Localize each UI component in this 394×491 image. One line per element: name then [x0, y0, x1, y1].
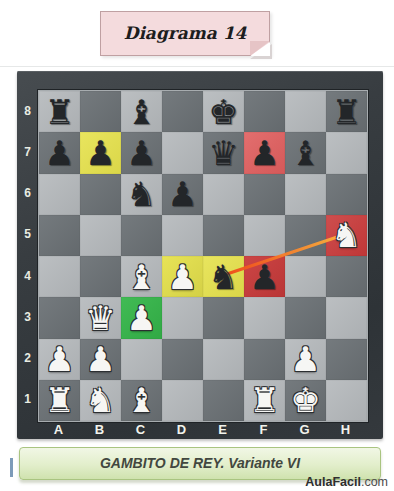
square-g5 — [285, 215, 326, 256]
square-b5 — [80, 215, 121, 256]
square-a5 — [39, 215, 80, 256]
white-pawn-d4: ♟ — [167, 260, 197, 294]
square-d4: ♟ — [162, 256, 203, 297]
white-pawn-a2: ♟ — [44, 342, 74, 376]
square-h7 — [326, 132, 367, 173]
square-h2 — [326, 339, 367, 380]
square-f7: ♟ — [244, 132, 285, 173]
square-e5 — [203, 215, 244, 256]
square-d8 — [162, 91, 203, 132]
file-label-a: A — [38, 420, 79, 439]
square-c1: ♝ — [121, 380, 162, 421]
rank-label-2: 2 — [17, 338, 38, 379]
file-label-h: H — [325, 420, 366, 439]
square-b6 — [80, 174, 121, 215]
rank-labels: 87654321 — [17, 90, 38, 420]
square-d5 — [162, 215, 203, 256]
square-c5 — [121, 215, 162, 256]
square-b4 — [80, 256, 121, 297]
square-c7: ♟ — [121, 132, 162, 173]
square-e7: ♛ — [203, 132, 244, 173]
white-queen-b3: ♛ — [85, 301, 115, 335]
rank-label-5: 5 — [17, 214, 38, 255]
diagram-title: Diagrama 14 — [101, 12, 269, 54]
file-labels: ABCDEFGH — [38, 420, 366, 439]
square-d7 — [162, 132, 203, 173]
black-king-e8: ♚ — [208, 95, 238, 129]
black-queen-e7: ♛ — [208, 136, 238, 170]
board-squares: ♜♝♚♜♟♟♟♛♟♝♞♟♞♝♟♞♟♛♟♟♟♟♜♞♝♜♚ — [38, 90, 368, 422]
square-c4: ♝ — [121, 256, 162, 297]
square-h1 — [326, 380, 367, 421]
black-knight-e4: ♞ — [208, 260, 238, 294]
watermark: AulaFacil.com — [305, 475, 388, 489]
white-pawn-g2: ♟ — [290, 342, 320, 376]
rank-label-4: 4 — [17, 255, 38, 296]
white-knight-h5: ♞ — [331, 218, 361, 252]
square-h4 — [326, 256, 367, 297]
square-a7: ♟ — [39, 132, 80, 173]
square-e1 — [203, 380, 244, 421]
white-knight-b1: ♞ — [85, 383, 115, 417]
square-c8: ♝ — [121, 91, 162, 132]
watermark-name: AulaFacil — [305, 475, 361, 489]
square-f2 — [244, 339, 285, 380]
square-g2: ♟ — [285, 339, 326, 380]
square-b7: ♟ — [80, 132, 121, 173]
square-a1: ♜ — [39, 380, 80, 421]
rank-label-8: 8 — [17, 90, 38, 131]
file-label-g: G — [284, 420, 325, 439]
square-h5: ♞ — [326, 215, 367, 256]
square-e6 — [203, 174, 244, 215]
diagram-label: Diagrama 14 — [100, 11, 270, 56]
square-e2 — [203, 339, 244, 380]
square-f3 — [244, 297, 285, 338]
square-b8 — [80, 91, 121, 132]
square-d1 — [162, 380, 203, 421]
lesson-page: Diagrama 14 87654321 ABCDEFGH ♜♝♚♜♟♟♟♛♟♝… — [0, 0, 394, 491]
square-g1: ♚ — [285, 380, 326, 421]
square-f4: ♟ — [244, 256, 285, 297]
square-b3: ♛ — [80, 297, 121, 338]
black-pawn-b7: ♟ — [85, 136, 115, 170]
square-e8: ♚ — [203, 91, 244, 132]
variation-caption: GAMBITO DE REY. Variante VI — [20, 448, 380, 478]
divider-line — [0, 66, 394, 67]
file-label-c: C — [120, 420, 161, 439]
square-c6: ♞ — [121, 174, 162, 215]
square-h6 — [326, 174, 367, 215]
square-b2: ♟ — [80, 339, 121, 380]
black-pawn-f7: ♟ — [249, 136, 279, 170]
square-a4 — [39, 256, 80, 297]
black-pawn-f4: ♟ — [249, 260, 279, 294]
white-pawn-b2: ♟ — [85, 342, 115, 376]
file-label-d: D — [161, 420, 202, 439]
rank-label-3: 3 — [17, 296, 38, 337]
square-f8 — [244, 91, 285, 132]
square-c2 — [121, 339, 162, 380]
square-g8 — [285, 91, 326, 132]
file-label-e: E — [202, 420, 243, 439]
black-bishop-g7: ♝ — [290, 136, 320, 170]
square-h3 — [326, 297, 367, 338]
square-h8: ♜ — [326, 91, 367, 132]
square-c3: ♟ — [121, 297, 162, 338]
chess-board: 87654321 ABCDEFGH ♜♝♚♜♟♟♟♛♟♝♞♟♞♝♟♞♟♛♟♟♟♟… — [17, 71, 383, 439]
black-pawn-c7: ♟ — [126, 136, 156, 170]
black-knight-c6: ♞ — [126, 177, 156, 211]
white-king-g1: ♚ — [290, 383, 320, 417]
square-g6 — [285, 174, 326, 215]
black-pawn-d6: ♟ — [167, 177, 197, 211]
square-f5 — [244, 215, 285, 256]
square-a8: ♜ — [39, 91, 80, 132]
square-e3 — [203, 297, 244, 338]
square-e4: ♞ — [203, 256, 244, 297]
square-b1: ♞ — [80, 380, 121, 421]
rank-label-6: 6 — [17, 173, 38, 214]
rank-label-1: 1 — [17, 379, 38, 420]
square-g4 — [285, 256, 326, 297]
black-rook-h8: ♜ — [331, 95, 361, 129]
square-a6 — [39, 174, 80, 215]
white-rook-a1: ♜ — [44, 383, 74, 417]
file-label-f: F — [243, 420, 284, 439]
black-bishop-c8: ♝ — [126, 95, 156, 129]
square-a2: ♟ — [39, 339, 80, 380]
square-a3 — [39, 297, 80, 338]
white-pawn-c3: ♟ — [126, 301, 156, 335]
cursor-tick — [10, 458, 13, 477]
square-f1: ♜ — [244, 380, 285, 421]
square-g7: ♝ — [285, 132, 326, 173]
black-rook-a8: ♜ — [44, 95, 74, 129]
square-d3 — [162, 297, 203, 338]
black-pawn-a7: ♟ — [44, 136, 74, 170]
square-g3 — [285, 297, 326, 338]
square-f6 — [244, 174, 285, 215]
square-d2 — [162, 339, 203, 380]
white-rook-f1: ♜ — [249, 383, 279, 417]
square-d6: ♟ — [162, 174, 203, 215]
file-label-b: B — [79, 420, 120, 439]
white-bishop-c1: ♝ — [126, 383, 156, 417]
white-bishop-c4: ♝ — [126, 260, 156, 294]
watermark-suffix: .com — [361, 475, 388, 489]
rank-label-7: 7 — [17, 131, 38, 172]
